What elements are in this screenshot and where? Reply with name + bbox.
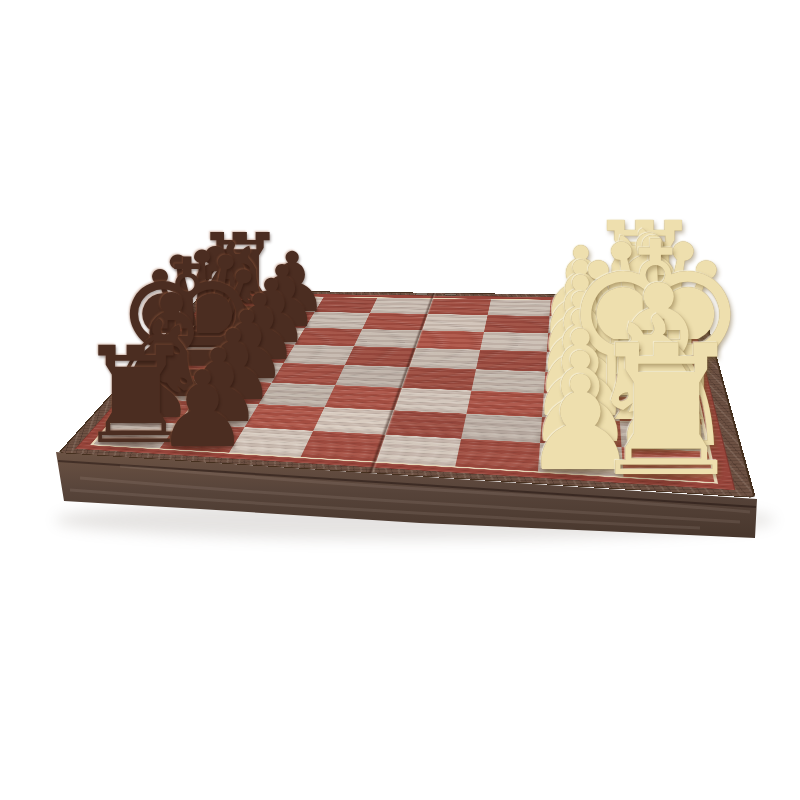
chess-set-photo: ♜♞♝♛♚♝♞♜♟♟♟♟♟♟♟♟♟♟♟♟♟♟♟♟♜♞♝♛♚♝♞♜ xyxy=(0,0,800,800)
square-b3 xyxy=(484,315,549,333)
square-a2 xyxy=(549,300,613,317)
square-h6 xyxy=(229,427,314,457)
square-e6 xyxy=(271,363,345,385)
square-c3 xyxy=(480,332,548,352)
square-f2 xyxy=(542,393,620,420)
square-b7 xyxy=(249,311,314,328)
square-b2 xyxy=(548,316,614,335)
square-c1 xyxy=(614,335,687,356)
square-a3 xyxy=(487,299,550,316)
square-f3 xyxy=(466,390,543,417)
square-g6 xyxy=(244,404,325,431)
square-h3 xyxy=(455,439,540,472)
square-c6 xyxy=(294,328,362,347)
square-a7 xyxy=(260,296,323,311)
square-h1 xyxy=(622,447,715,482)
square-e4 xyxy=(402,367,476,390)
hinge-icon xyxy=(444,293,457,295)
square-e2 xyxy=(543,372,618,397)
hinge-icon xyxy=(415,293,428,295)
square-e1 xyxy=(617,374,697,399)
square-b6 xyxy=(305,312,370,329)
square-c4 xyxy=(416,330,484,349)
square-a5 xyxy=(370,298,433,314)
square-a1 xyxy=(612,301,679,318)
square-f4 xyxy=(394,388,471,414)
square-b4 xyxy=(422,314,487,332)
square-e3 xyxy=(471,369,545,393)
square-a6 xyxy=(314,297,377,313)
square-b1 xyxy=(613,317,683,336)
square-d6 xyxy=(283,345,354,365)
square-a4 xyxy=(428,299,491,315)
square-f6 xyxy=(258,383,335,407)
square-c2 xyxy=(546,333,615,353)
square-d4 xyxy=(409,348,480,369)
square-d2 xyxy=(545,352,617,374)
square-h4 xyxy=(376,435,461,467)
square-d3 xyxy=(476,350,547,372)
square-h2 xyxy=(537,443,623,477)
square-d1 xyxy=(615,354,691,377)
